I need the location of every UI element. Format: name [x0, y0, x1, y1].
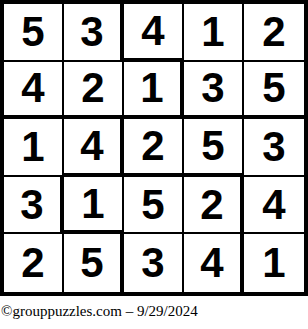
- sudoku-board: 5341242135142533152425341: [0, 0, 308, 296]
- cell-digit: 1: [201, 11, 224, 53]
- cell-digit: 4: [262, 184, 285, 226]
- cell-digit: 3: [20, 184, 43, 226]
- sudoku-cell-r5c4: 4: [184, 234, 244, 292]
- cell-digit: 4: [200, 242, 223, 284]
- cell-digit: 4: [141, 10, 164, 52]
- sudoku-cell-r4c4: 2: [184, 177, 244, 235]
- sudoku-cell-r2c4: 3: [184, 62, 244, 120]
- cell-digit: 1: [140, 67, 163, 109]
- copyright-credit: ©grouppuzzles.com – 9/29/2024: [1, 303, 308, 320]
- cell-digit: 1: [262, 242, 285, 284]
- cell-digit: 5: [262, 67, 285, 109]
- sudoku-cell-r1c3: 4: [124, 4, 184, 62]
- sudoku-cell-r1c5: 2: [244, 4, 304, 62]
- cell-digit: 2: [81, 67, 104, 109]
- sudoku-cell-r1c2: 3: [64, 4, 124, 62]
- cell-digit: 2: [262, 11, 285, 53]
- sudoku-cell-r4c3: 5: [124, 177, 184, 235]
- sudoku-cell-r3c1: 1: [4, 119, 64, 177]
- cell-digit: 3: [201, 67, 224, 109]
- cell-digit: 2: [200, 184, 223, 226]
- cell-digit: 5: [141, 184, 164, 226]
- cell-digit: 5: [201, 125, 224, 167]
- sudoku-cell-r1c4: 1: [184, 4, 244, 62]
- sudoku-cell-r2c2: 2: [64, 62, 124, 120]
- cell-digit: 2: [21, 242, 44, 284]
- cell-digit: 5: [21, 11, 44, 53]
- sudoku-cell-r3c3: 2: [124, 119, 184, 177]
- sudoku-cell-r4c5: 4: [244, 177, 304, 235]
- sudoku-cell-r3c4: 5: [184, 119, 244, 177]
- sudoku-cell-r1c1: 5: [4, 4, 64, 62]
- sudoku-cell-r5c2: 5: [64, 234, 124, 292]
- sudoku-cell-r4c1: 3: [4, 177, 64, 235]
- cell-digit: 2: [141, 125, 164, 167]
- sudoku-cell-r4c2: 1: [64, 177, 124, 235]
- puzzle-page: 5341242135142533152425341 ©grouppuzzles.…: [0, 0, 308, 329]
- sudoku-cell-r5c3: 3: [124, 234, 184, 292]
- sudoku-cell-r3c2: 4: [64, 119, 124, 177]
- cell-digit: 4: [21, 67, 44, 109]
- cell-digit: 3: [80, 11, 103, 53]
- cell-digit: 3: [141, 242, 164, 284]
- sudoku-cell-r3c5: 3: [244, 119, 304, 177]
- sudoku-cell-r2c1: 4: [4, 62, 64, 120]
- cell-digit: 1: [81, 183, 104, 225]
- sudoku-cell-r5c5: 1: [244, 234, 304, 292]
- cell-digit: 1: [21, 126, 44, 168]
- cell-digit: 3: [262, 126, 285, 168]
- sudoku-cell-r5c1: 2: [4, 234, 64, 292]
- cell-digit: 5: [80, 242, 103, 284]
- sudoku-cell-r2c5: 5: [244, 62, 304, 120]
- cell-digit: 4: [80, 125, 103, 167]
- sudoku-cell-r2c3: 1: [124, 62, 184, 120]
